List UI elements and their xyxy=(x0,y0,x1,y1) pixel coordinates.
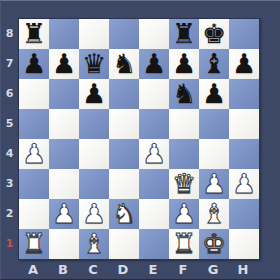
file-label-a: A xyxy=(18,259,48,280)
square-a5[interactable] xyxy=(19,109,49,139)
square-e5[interactable] xyxy=(139,109,169,139)
file-label-c: C xyxy=(78,259,108,280)
square-e6[interactable] xyxy=(139,79,169,109)
piece-black-knight[interactable]: ♞ xyxy=(172,79,196,109)
square-f4[interactable] xyxy=(169,139,199,169)
piece-black-pawn[interactable]: ♟ xyxy=(52,49,76,79)
square-a7[interactable]: ♟ xyxy=(19,49,49,79)
rank-label-1: 1 xyxy=(1,228,18,258)
square-g2[interactable]: ♝ xyxy=(199,199,229,229)
rank-label-6: 6 xyxy=(1,78,18,108)
square-d1[interactable] xyxy=(109,229,139,259)
piece-black-knight[interactable]: ♞ xyxy=(112,49,136,79)
rank-label-4: 4 xyxy=(1,138,18,168)
file-label-d: D xyxy=(108,259,138,280)
piece-white-bishop[interactable]: ♝ xyxy=(202,199,226,229)
file-labels: ABCDEFGH xyxy=(18,259,258,280)
square-a8[interactable]: ♜ xyxy=(19,19,49,49)
square-a1[interactable]: ♜ xyxy=(19,229,49,259)
rank-label-7: 7 xyxy=(1,48,18,78)
square-h8[interactable] xyxy=(229,19,259,49)
square-g3[interactable]: ♟ xyxy=(199,169,229,199)
file-label-h: H xyxy=(228,259,258,280)
square-b2[interactable]: ♟ xyxy=(49,199,79,229)
piece-black-rook[interactable]: ♜ xyxy=(22,19,46,49)
piece-white-knight[interactable]: ♞ xyxy=(112,199,136,229)
square-d2[interactable]: ♞ xyxy=(109,199,139,229)
board-frame: ♜♜♚♟♟♛♞♟♟♝♟♟♞♟♟♟♛♟♟♟♟♞♟♝♜♝♜♚ xyxy=(18,18,260,260)
piece-white-pawn[interactable]: ♟ xyxy=(22,139,46,169)
piece-black-pawn[interactable]: ♟ xyxy=(142,49,166,79)
square-b1[interactable] xyxy=(49,229,79,259)
square-g5[interactable] xyxy=(199,109,229,139)
square-g6[interactable]: ♟ xyxy=(199,79,229,109)
square-f1[interactable]: ♜ xyxy=(169,229,199,259)
square-h6[interactable] xyxy=(229,79,259,109)
square-c8[interactable] xyxy=(79,19,109,49)
square-b8[interactable] xyxy=(49,19,79,49)
piece-white-queen[interactable]: ♛ xyxy=(172,169,196,199)
file-label-g: G xyxy=(198,259,228,280)
rank-label-3: 3 xyxy=(1,168,18,198)
piece-black-bishop[interactable]: ♝ xyxy=(202,49,226,79)
piece-white-pawn[interactable]: ♟ xyxy=(82,199,106,229)
piece-black-pawn[interactable]: ♟ xyxy=(172,49,196,79)
square-c5[interactable] xyxy=(79,109,109,139)
piece-black-pawn[interactable]: ♟ xyxy=(232,49,256,79)
piece-white-pawn[interactable]: ♟ xyxy=(232,169,256,199)
square-d7[interactable]: ♞ xyxy=(109,49,139,79)
rank-label-2: 2 xyxy=(1,198,18,228)
square-e1[interactable] xyxy=(139,229,169,259)
piece-white-rook[interactable]: ♜ xyxy=(172,229,196,259)
square-e3[interactable] xyxy=(139,169,169,199)
square-b3[interactable] xyxy=(49,169,79,199)
piece-white-pawn[interactable]: ♟ xyxy=(172,199,196,229)
chess-diagram: 87654321 ♜♜♚♟♟♛♞♟♟♝♟♟♞♟♟♟♛♟♟♟♟♞♟♝♜♝♜♚ AB… xyxy=(0,0,280,280)
square-f7[interactable]: ♟ xyxy=(169,49,199,79)
square-e4[interactable]: ♟ xyxy=(139,139,169,169)
piece-white-pawn[interactable]: ♟ xyxy=(52,199,76,229)
square-f8[interactable]: ♜ xyxy=(169,19,199,49)
square-b4[interactable] xyxy=(49,139,79,169)
square-a4[interactable]: ♟ xyxy=(19,139,49,169)
piece-black-pawn[interactable]: ♟ xyxy=(202,79,226,109)
square-e7[interactable]: ♟ xyxy=(139,49,169,79)
square-a6[interactable] xyxy=(19,79,49,109)
square-h1[interactable] xyxy=(229,229,259,259)
square-h4[interactable] xyxy=(229,139,259,169)
square-c2[interactable]: ♟ xyxy=(79,199,109,229)
piece-black-king[interactable]: ♚ xyxy=(202,19,226,49)
square-f2[interactable]: ♟ xyxy=(169,199,199,229)
rank-labels: 87654321 xyxy=(1,18,18,258)
square-g4[interactable] xyxy=(199,139,229,169)
square-f6[interactable]: ♞ xyxy=(169,79,199,109)
rank-label-5: 5 xyxy=(1,108,18,138)
square-d6[interactable] xyxy=(109,79,139,109)
square-h2[interactable] xyxy=(229,199,259,229)
piece-white-pawn[interactable]: ♟ xyxy=(142,139,166,169)
file-label-b: B xyxy=(48,259,78,280)
piece-black-pawn[interactable]: ♟ xyxy=(82,79,106,109)
square-a2[interactable] xyxy=(19,199,49,229)
square-c1[interactable]: ♝ xyxy=(79,229,109,259)
square-b5[interactable] xyxy=(49,109,79,139)
square-c7[interactable]: ♛ xyxy=(79,49,109,79)
rank-label-8: 8 xyxy=(1,18,18,48)
square-a3[interactable] xyxy=(19,169,49,199)
piece-black-queen[interactable]: ♛ xyxy=(82,49,106,79)
square-b6[interactable] xyxy=(49,79,79,109)
piece-white-pawn[interactable]: ♟ xyxy=(202,169,226,199)
square-e2[interactable] xyxy=(139,199,169,229)
square-d4[interactable] xyxy=(109,139,139,169)
square-d5[interactable] xyxy=(109,109,139,139)
square-c3[interactable] xyxy=(79,169,109,199)
piece-white-king[interactable]: ♚ xyxy=(202,229,226,259)
square-e8[interactable] xyxy=(139,19,169,49)
square-b7[interactable]: ♟ xyxy=(49,49,79,79)
file-label-f: F xyxy=(168,259,198,280)
square-c6[interactable]: ♟ xyxy=(79,79,109,109)
square-c4[interactable] xyxy=(79,139,109,169)
square-h7[interactable]: ♟ xyxy=(229,49,259,79)
square-d8[interactable] xyxy=(109,19,139,49)
square-d3[interactable] xyxy=(109,169,139,199)
piece-white-rook[interactable]: ♜ xyxy=(22,229,46,259)
square-h3[interactable]: ♟ xyxy=(229,169,259,199)
square-h5[interactable] xyxy=(229,109,259,139)
square-g7[interactable]: ♝ xyxy=(199,49,229,79)
chess-board[interactable]: ♜♜♚♟♟♛♞♟♟♝♟♟♞♟♟♟♛♟♟♟♟♞♟♝♜♝♜♚ xyxy=(19,19,259,259)
file-label-e: E xyxy=(138,259,168,280)
square-f3[interactable]: ♛ xyxy=(169,169,199,199)
square-g1[interactable]: ♚ xyxy=(199,229,229,259)
square-f5[interactable] xyxy=(169,109,199,139)
square-g8[interactable]: ♚ xyxy=(199,19,229,49)
piece-black-rook[interactable]: ♜ xyxy=(172,19,196,49)
piece-white-bishop[interactable]: ♝ xyxy=(82,229,106,259)
piece-black-pawn[interactable]: ♟ xyxy=(22,49,46,79)
